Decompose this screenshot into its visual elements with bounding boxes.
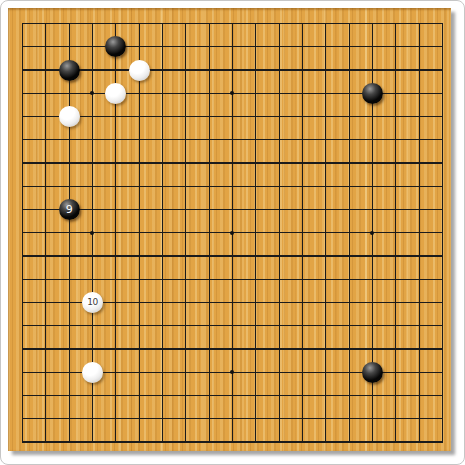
black-stone: [59, 60, 80, 81]
white-stone: 10: [82, 292, 103, 313]
go-board[interactable]: 910: [8, 8, 451, 451]
black-stone: [105, 36, 126, 57]
white-stone: [59, 106, 80, 127]
black-stone: [362, 83, 383, 104]
black-stone: [362, 362, 383, 383]
white-stone: [82, 362, 103, 383]
white-stone: [105, 83, 126, 104]
go-board-panel: 910: [0, 0, 465, 465]
black-stone: 9: [59, 199, 80, 220]
stones-layer: 910: [11, 12, 454, 454]
white-stone: [129, 60, 150, 81]
move-number-label: 10: [87, 298, 97, 307]
move-number-label: 9: [66, 204, 73, 215]
